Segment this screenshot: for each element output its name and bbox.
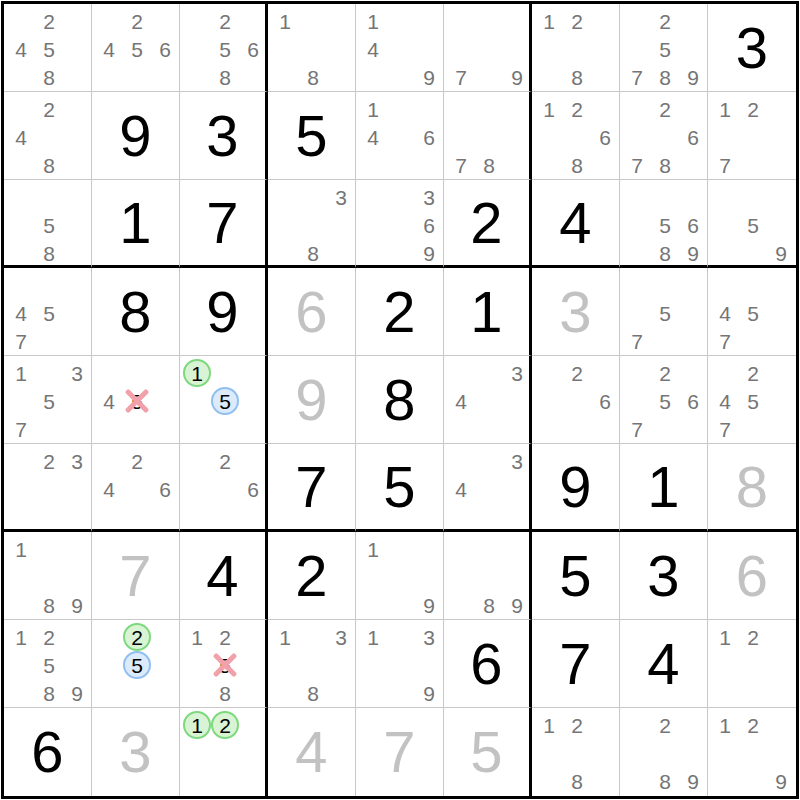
candidate-3[interactable]: 3 <box>327 623 355 651</box>
cell-value: 2 <box>356 268 443 355</box>
cell-r2c5[interactable]: 146 <box>356 92 444 180</box>
candidate-5[interactable]: 5 <box>651 387 679 415</box>
cell-r5c5[interactable]: 8 <box>356 356 444 444</box>
candidate-1[interactable]: 1 <box>711 623 739 651</box>
empty-candidate-slot <box>767 651 795 679</box>
candidate-4[interactable]: 4 <box>7 35 35 63</box>
candidate-7[interactable]: 7 <box>7 415 35 443</box>
candidate-8[interactable]: 8 <box>563 151 591 179</box>
candidate-8[interactable]: 8 <box>563 767 591 795</box>
candidate-3[interactable]: 3 <box>327 183 355 211</box>
cell-r1c1[interactable]: 2458 <box>4 4 92 92</box>
empty-candidate-slot <box>767 623 795 651</box>
candidate-9[interactable]: 9 <box>767 767 795 795</box>
candidate-grid: 1268 <box>532 92 619 179</box>
cell-r7c5[interactable]: 19 <box>356 532 444 620</box>
cell-value: 3 <box>532 268 619 355</box>
candidate-5[interactable]: 5 <box>739 387 767 415</box>
candidate-8[interactable]: 8 <box>299 239 327 267</box>
cell-r6c6[interactable]: 34 <box>444 444 532 532</box>
candidate-8[interactable]: 8 <box>651 239 679 267</box>
cell-r2c7[interactable]: 1268 <box>532 92 620 180</box>
candidate-8[interactable]: 8 <box>211 679 239 707</box>
empty-candidate-slot <box>299 623 327 651</box>
cell-r4c9[interactable]: 457 <box>708 268 796 356</box>
cell-r2c1[interactable]: 248 <box>4 92 92 180</box>
cell-r4c8[interactable]: 57 <box>620 268 708 356</box>
cell-r3c1[interactable]: 58 <box>4 180 92 268</box>
candidate-2[interactable]: 2 <box>211 7 239 35</box>
candidate-2[interactable]: 2 <box>35 447 63 475</box>
cell-value: 8 <box>92 268 179 355</box>
candidate-6[interactable]: 6 <box>679 211 707 239</box>
cell-r9c2[interactable]: 3 <box>92 708 180 796</box>
cell-r4c7[interactable]: 3 <box>532 268 620 356</box>
candidate-9[interactable]: 9 <box>415 239 443 267</box>
candidate-4[interactable]: 4 <box>7 123 35 151</box>
candidate-6[interactable]: 6 <box>151 475 179 503</box>
cell-r1c5[interactable]: 149 <box>356 4 444 92</box>
empty-candidate-slot <box>95 623 123 651</box>
candidate-6[interactable]: 6 <box>679 387 707 415</box>
cell-value: 3 <box>620 532 707 619</box>
candidate-3[interactable]: 3 <box>503 447 531 475</box>
candidate-5[interactable]: 5 <box>651 299 679 327</box>
empty-candidate-slot <box>63 123 91 151</box>
empty-candidate-slot <box>767 95 795 123</box>
empty-candidate-slot <box>63 327 91 355</box>
candidate-2[interactable]: 2 <box>35 95 63 123</box>
candidate-grid: 25789 <box>620 4 707 91</box>
cell-r1c6[interactable]: 79 <box>444 4 532 92</box>
candidate-7[interactable]: 7 <box>623 63 651 91</box>
candidate-8[interactable]: 8 <box>651 63 679 91</box>
cell-r1c4[interactable]: 18 <box>268 4 356 92</box>
candidate-9[interactable]: 9 <box>679 239 707 267</box>
cell-r1c2[interactable]: 2456 <box>92 4 180 92</box>
candidate-5-x-red[interactable]: 5 <box>211 651 239 679</box>
candidate-1[interactable]: 1 <box>7 535 35 563</box>
candidate-8[interactable]: 8 <box>35 151 63 179</box>
candidate-1-circle-green[interactable]: 1 <box>183 711 211 739</box>
empty-candidate-slot <box>35 123 63 151</box>
cell-r6c9[interactable]: 8 <box>708 444 796 532</box>
cell-r5c8[interactable]: 2567 <box>620 356 708 444</box>
candidate-9[interactable]: 9 <box>679 767 707 795</box>
cell-r7c8[interactable]: 3 <box>620 532 708 620</box>
cell-r9c7[interactable]: 128 <box>532 708 620 796</box>
cell-r7c7[interactable]: 5 <box>532 532 620 620</box>
candidate-2[interactable]: 2 <box>211 623 239 651</box>
empty-candidate-slot <box>7 651 35 679</box>
candidate-4[interactable]: 4 <box>95 475 123 503</box>
candidate-4[interactable]: 4 <box>7 299 35 327</box>
candidate-2[interactable]: 2 <box>651 7 679 35</box>
candidate-5-circle-blue[interactable]: 5 <box>123 651 151 679</box>
candidate-5[interactable]: 5 <box>739 299 767 327</box>
empty-candidate-slot <box>503 415 531 443</box>
candidate-2[interactable]: 2 <box>35 623 63 651</box>
candidate-3[interactable]: 3 <box>63 359 91 387</box>
cell-r9c1[interactable]: 6 <box>4 708 92 796</box>
cell-r9c5[interactable]: 7 <box>356 708 444 796</box>
candidate-8[interactable]: 8 <box>35 239 63 267</box>
candidate-grid: 23 <box>4 444 91 529</box>
candidate-7[interactable]: 7 <box>711 415 739 443</box>
candidate-4[interactable]: 4 <box>359 123 387 151</box>
cell-r8c7[interactable]: 7 <box>532 620 620 708</box>
cell-r4c1[interactable]: 457 <box>4 268 92 356</box>
candidate-7[interactable]: 7 <box>711 327 739 355</box>
cell-r3c3[interactable]: 7 <box>180 180 268 268</box>
candidate-5-circle-blue[interactable]: 5 <box>211 387 239 415</box>
candidate-5[interactable]: 5 <box>35 35 63 63</box>
cell-r5c2[interactable]: 45 <box>92 356 180 444</box>
candidate-grid: 19 <box>356 532 443 619</box>
empty-candidate-slot <box>767 299 795 327</box>
candidate-3[interactable]: 3 <box>503 359 531 387</box>
candidate-4[interactable]: 4 <box>711 299 739 327</box>
candidate-6[interactable]: 6 <box>415 123 443 151</box>
cell-r2c8[interactable]: 2678 <box>620 92 708 180</box>
empty-candidate-slot <box>359 183 387 211</box>
empty-candidate-slot <box>183 767 211 795</box>
empty-candidate-slot <box>711 739 739 767</box>
cell-value: 9 <box>268 356 355 443</box>
empty-candidate-slot <box>711 239 739 267</box>
candidate-8[interactable]: 8 <box>299 679 327 707</box>
candidate-8[interactable]: 8 <box>651 767 679 795</box>
empty-candidate-slot <box>63 415 91 443</box>
empty-candidate-slot <box>95 447 123 475</box>
empty-candidate-slot <box>475 447 503 475</box>
candidate-4[interactable]: 4 <box>447 387 475 415</box>
candidate-4[interactable]: 4 <box>95 387 123 415</box>
cell-r6c3[interactable]: 26 <box>180 444 268 532</box>
empty-candidate-slot <box>359 63 387 91</box>
empty-candidate-slot <box>151 679 179 707</box>
candidate-2[interactable]: 2 <box>123 447 151 475</box>
candidate-5[interactable]: 5 <box>35 651 63 679</box>
candidate-1[interactable]: 1 <box>359 535 387 563</box>
candidate-9[interactable]: 9 <box>63 591 91 619</box>
candidate-5[interactable]: 5 <box>211 35 239 63</box>
candidate-6[interactable]: 6 <box>591 387 619 415</box>
empty-candidate-slot <box>123 359 151 387</box>
cell-r6c4[interactable]: 7 <box>268 444 356 532</box>
candidate-2[interactable]: 2 <box>563 359 591 387</box>
cell-r2c6[interactable]: 78 <box>444 92 532 180</box>
candidate-grid: 128 <box>532 708 619 796</box>
candidate-1[interactable]: 1 <box>7 359 35 387</box>
empty-candidate-slot <box>767 271 795 299</box>
candidate-grid: 146 <box>356 92 443 179</box>
candidate-2[interactable]: 2 <box>651 95 679 123</box>
candidate-8[interactable]: 8 <box>475 151 503 179</box>
cell-r7c3[interactable]: 4 <box>180 532 268 620</box>
cell-r1c7[interactable]: 128 <box>532 4 620 92</box>
candidate-7[interactable]: 7 <box>623 327 651 355</box>
empty-candidate-slot <box>239 387 267 415</box>
candidate-6[interactable]: 6 <box>239 475 267 503</box>
candidate-grid: 12 <box>708 620 796 707</box>
candidate-3[interactable]: 3 <box>63 447 91 475</box>
candidate-7[interactable]: 7 <box>623 415 651 443</box>
candidate-6[interactable]: 6 <box>415 211 443 239</box>
candidate-2[interactable]: 2 <box>123 7 151 35</box>
cell-r5c6[interactable]: 34 <box>444 356 532 444</box>
candidate-5[interactable]: 5 <box>35 211 63 239</box>
empty-candidate-slot <box>7 271 35 299</box>
candidate-8[interactable]: 8 <box>563 63 591 91</box>
cell-r6c8[interactable]: 1 <box>620 444 708 532</box>
empty-candidate-slot <box>535 739 563 767</box>
candidate-4[interactable]: 4 <box>711 387 739 415</box>
cell-r3c8[interactable]: 5689 <box>620 180 708 268</box>
candidate-9[interactable]: 9 <box>415 63 443 91</box>
empty-candidate-slot <box>503 475 531 503</box>
empty-candidate-slot <box>739 239 767 267</box>
empty-candidate-slot <box>239 503 267 531</box>
cell-r2c9[interactable]: 127 <box>708 92 796 180</box>
empty-candidate-slot <box>183 7 211 35</box>
empty-candidate-slot <box>679 299 707 327</box>
candidate-7[interactable]: 7 <box>447 63 475 91</box>
candidate-grid: 2568 <box>180 4 265 91</box>
candidate-1[interactable]: 1 <box>535 711 563 739</box>
candidate-5[interactable]: 5 <box>651 35 679 63</box>
candidate-9[interactable]: 9 <box>63 679 91 707</box>
cell-r8c2[interactable]: 25 <box>92 620 180 708</box>
candidate-8[interactable]: 8 <box>35 591 63 619</box>
empty-candidate-slot <box>651 123 679 151</box>
cell-r4c3[interactable]: 9 <box>180 268 268 356</box>
cell-value: 6 <box>268 268 355 355</box>
candidate-2-circle-green[interactable]: 2 <box>211 711 239 739</box>
empty-candidate-slot <box>711 679 739 707</box>
candidate-1[interactable]: 1 <box>271 7 299 35</box>
cell-r7c9[interactable]: 6 <box>708 532 796 620</box>
cell-r1c9[interactable]: 3 <box>708 4 796 92</box>
cell-r5c4[interactable]: 9 <box>268 356 356 444</box>
empty-candidate-slot <box>183 415 211 443</box>
cell-r6c5[interactable]: 5 <box>356 444 444 532</box>
candidate-9[interactable]: 9 <box>767 239 795 267</box>
cell-r7c2[interactable]: 7 <box>92 532 180 620</box>
candidate-2[interactable]: 2 <box>563 95 591 123</box>
candidate-3[interactable]: 3 <box>415 183 443 211</box>
empty-candidate-slot <box>739 327 767 355</box>
cell-r7c6[interactable]: 89 <box>444 532 532 620</box>
candidate-2[interactable]: 2 <box>563 7 591 35</box>
empty-candidate-slot <box>327 679 355 707</box>
candidate-6[interactable]: 6 <box>679 123 707 151</box>
candidate-7[interactable]: 7 <box>7 327 35 355</box>
cell-r9c3[interactable]: 12 <box>180 708 268 796</box>
cell-r3c4[interactable]: 38 <box>268 180 356 268</box>
candidate-6[interactable]: 6 <box>239 35 267 63</box>
candidate-grid: 138 <box>268 620 355 707</box>
candidate-grid: 25 <box>92 620 179 707</box>
candidate-4[interactable]: 4 <box>447 475 475 503</box>
candidate-6[interactable]: 6 <box>151 35 179 63</box>
cell-r1c3[interactable]: 2568 <box>180 4 268 92</box>
candidate-2[interactable]: 2 <box>651 359 679 387</box>
candidate-1[interactable]: 1 <box>183 623 211 651</box>
empty-candidate-slot <box>95 679 123 707</box>
candidate-1[interactable]: 1 <box>711 95 739 123</box>
cell-r8c6[interactable]: 6 <box>444 620 532 708</box>
empty-candidate-slot <box>447 563 475 591</box>
cell-r9c9[interactable]: 129 <box>708 708 796 796</box>
empty-candidate-slot <box>679 271 707 299</box>
cell-r5c3[interactable]: 15 <box>180 356 268 444</box>
candidate-7[interactable]: 7 <box>447 151 475 179</box>
empty-candidate-slot <box>63 503 91 531</box>
candidate-grid: 79 <box>444 4 529 91</box>
candidate-5[interactable]: 5 <box>35 387 63 415</box>
cell-r5c1[interactable]: 1357 <box>4 356 92 444</box>
candidate-2[interactable]: 2 <box>211 447 239 475</box>
empty-candidate-slot <box>35 563 63 591</box>
candidate-1[interactable]: 1 <box>711 711 739 739</box>
candidate-1[interactable]: 1 <box>535 95 563 123</box>
candidate-1[interactable]: 1 <box>359 7 387 35</box>
cell-r8c9[interactable]: 12 <box>708 620 796 708</box>
cell-value: 8 <box>356 356 443 443</box>
candidate-5[interactable]: 5 <box>651 211 679 239</box>
empty-candidate-slot <box>299 7 327 35</box>
empty-candidate-slot <box>591 63 619 91</box>
cell-r5c9[interactable]: 2457 <box>708 356 796 444</box>
cell-r2c4[interactable]: 5 <box>268 92 356 180</box>
empty-candidate-slot <box>767 679 795 707</box>
candidate-8[interactable]: 8 <box>299 63 327 91</box>
cell-r4c6[interactable]: 1 <box>444 268 532 356</box>
cell-r3c5[interactable]: 369 <box>356 180 444 268</box>
cell-r5c7[interactable]: 26 <box>532 356 620 444</box>
empty-candidate-slot <box>271 239 299 267</box>
candidate-2[interactable]: 2 <box>35 7 63 35</box>
empty-candidate-slot <box>63 475 91 503</box>
cell-r8c8[interactable]: 4 <box>620 620 708 708</box>
candidate-grid: 38 <box>268 180 355 265</box>
candidate-7[interactable]: 7 <box>711 151 739 179</box>
cell-r3c9[interactable]: 59 <box>708 180 796 268</box>
cell-value: 5 <box>532 532 619 619</box>
candidate-6[interactable]: 6 <box>591 123 619 151</box>
empty-candidate-slot <box>475 503 503 531</box>
cell-r7c4[interactable]: 2 <box>268 532 356 620</box>
cell-r4c4[interactable]: 6 <box>268 268 356 356</box>
candidate-9[interactable]: 9 <box>503 63 531 91</box>
cell-r8c3[interactable]: 1258 <box>180 620 268 708</box>
cell-r6c2[interactable]: 246 <box>92 444 180 532</box>
empty-candidate-slot <box>387 563 415 591</box>
cell-r1c8[interactable]: 25789 <box>620 4 708 92</box>
candidate-1[interactable]: 1 <box>271 623 299 651</box>
candidate-7[interactable]: 7 <box>623 151 651 179</box>
candidate-8[interactable]: 8 <box>211 63 239 91</box>
cell-r9c6[interactable]: 5 <box>444 708 532 796</box>
candidate-1-circle-green[interactable]: 1 <box>183 359 211 387</box>
cell-r4c5[interactable]: 2 <box>356 268 444 356</box>
cell-r2c2[interactable]: 9 <box>92 92 180 180</box>
empty-candidate-slot <box>711 123 739 151</box>
candidate-5[interactable]: 5 <box>123 35 151 63</box>
cell-r2c3[interactable]: 3 <box>180 92 268 180</box>
empty-candidate-slot <box>623 183 651 211</box>
cell-r3c7[interactable]: 4 <box>532 180 620 268</box>
cell-r3c6[interactable]: 2 <box>444 180 532 268</box>
candidate-9[interactable]: 9 <box>679 63 707 91</box>
candidate-1[interactable]: 1 <box>359 623 387 651</box>
candidate-2[interactable]: 2 <box>739 623 767 651</box>
cell-r8c5[interactable]: 139 <box>356 620 444 708</box>
empty-candidate-slot <box>63 563 91 591</box>
candidate-5[interactable]: 5 <box>35 299 63 327</box>
candidate-1[interactable]: 1 <box>535 7 563 35</box>
candidate-5[interactable]: 5 <box>739 211 767 239</box>
cell-r4c2[interactable]: 8 <box>92 268 180 356</box>
candidate-1[interactable]: 1 <box>7 623 35 651</box>
candidate-8[interactable]: 8 <box>651 151 679 179</box>
candidate-2[interactable]: 2 <box>739 359 767 387</box>
candidate-9[interactable]: 9 <box>415 679 443 707</box>
candidate-8[interactable]: 8 <box>475 591 503 619</box>
empty-candidate-slot <box>387 123 415 151</box>
cell-r8c4[interactable]: 138 <box>268 620 356 708</box>
candidate-9[interactable]: 9 <box>415 591 443 619</box>
candidate-8[interactable]: 8 <box>35 679 63 707</box>
empty-candidate-slot <box>327 7 355 35</box>
candidate-8[interactable]: 8 <box>35 63 63 91</box>
candidate-2-circle-green[interactable]: 2 <box>123 623 151 651</box>
empty-candidate-slot <box>711 651 739 679</box>
empty-candidate-slot <box>679 7 707 35</box>
candidate-9[interactable]: 9 <box>503 591 531 619</box>
candidate-2[interactable]: 2 <box>563 711 591 739</box>
cell-value: 9 <box>92 92 179 179</box>
cell-r7c1[interactable]: 189 <box>4 532 92 620</box>
candidate-2[interactable]: 2 <box>651 711 679 739</box>
candidate-1[interactable]: 1 <box>359 95 387 123</box>
candidate-3[interactable]: 3 <box>415 623 443 651</box>
empty-candidate-slot <box>651 327 679 355</box>
empty-candidate-slot <box>387 535 415 563</box>
empty-candidate-slot <box>739 679 767 707</box>
cell-r6c1[interactable]: 23 <box>4 444 92 532</box>
empty-candidate-slot <box>63 211 91 239</box>
cell-r9c8[interactable]: 289 <box>620 708 708 796</box>
cell-r3c2[interactable]: 1 <box>92 180 180 268</box>
empty-candidate-slot <box>535 35 563 63</box>
candidate-4[interactable]: 4 <box>95 35 123 63</box>
candidate-4[interactable]: 4 <box>359 35 387 63</box>
cell-r6c7[interactable]: 9 <box>532 444 620 532</box>
candidate-2[interactable]: 2 <box>739 711 767 739</box>
cell-r8c1[interactable]: 12589 <box>4 620 92 708</box>
empty-candidate-slot <box>387 211 415 239</box>
empty-candidate-slot <box>359 563 387 591</box>
cell-value: 5 <box>356 444 443 529</box>
candidate-2[interactable]: 2 <box>739 95 767 123</box>
empty-candidate-slot <box>95 415 123 443</box>
empty-candidate-slot <box>63 387 91 415</box>
candidate-5-x-red[interactable]: 5 <box>123 387 151 415</box>
cell-r9c4[interactable]: 4 <box>268 708 356 796</box>
candidate-grid: 457 <box>4 268 91 355</box>
